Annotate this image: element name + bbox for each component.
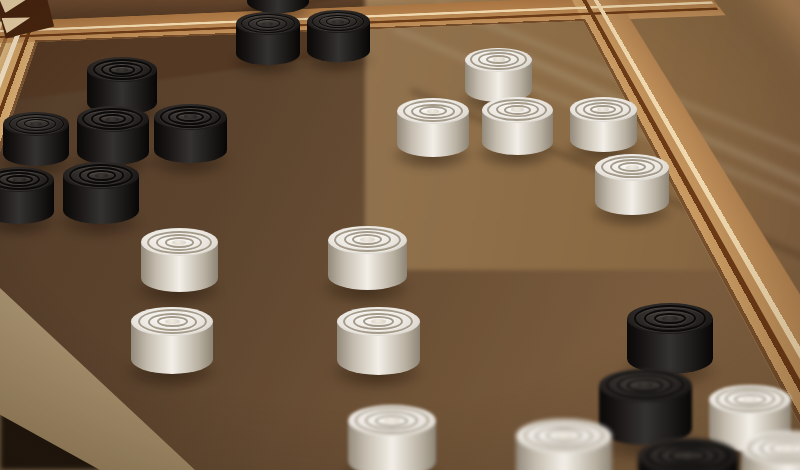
piece-black-back-edge-partial[interactable] [247,0,309,13]
piece-dimple [427,109,440,114]
piece-white-e4[interactable] [328,226,407,291]
piece-top [570,97,637,121]
inlay-triangle [2,11,33,33]
piece-dimple [493,57,505,61]
piece-black-a5[interactable] [0,167,54,224]
piece-black-front-rail[interactable] [627,303,713,374]
piece-white-c4[interactable] [141,228,218,291]
piece-black-a6[interactable] [3,112,69,166]
piece-black-front-rail[interactable] [638,438,738,470]
piece-black-d8[interactable] [236,12,300,65]
piece-black-c6[interactable] [154,104,227,164]
piece-white-f6[interactable] [397,98,469,157]
piece-white-front-rail[interactable] [516,419,612,470]
piece-top [337,307,420,337]
piece-top [638,438,738,470]
piece-white-e3[interactable] [337,307,420,375]
piece-dimple [262,22,274,26]
piece-top [328,226,407,254]
piece-white-g7[interactable] [465,48,532,103]
piece-white-g6[interactable] [482,97,553,155]
piece-dimple [743,397,758,402]
piece-top [599,369,692,402]
piece-top [709,385,791,415]
piece-top [77,106,149,132]
inlay-triangle [0,0,37,14]
piece-dimple [106,117,119,122]
piece-top [3,112,69,136]
piece-black-e8[interactable] [307,10,370,62]
piece-white-front-rail[interactable] [741,431,800,470]
piece-top [482,97,553,123]
piece-white-h6[interactable] [570,97,637,152]
piece-dimple [555,433,572,439]
piece-top [348,405,436,437]
piece-top [465,48,532,72]
piece-top [595,154,669,181]
piece-top [307,10,370,33]
piece-white-e2[interactable] [348,405,436,470]
piece-dimple [626,165,639,170]
piece-dimple [597,107,609,111]
piece-top [627,303,713,334]
piece-dimple [172,240,186,245]
piece-dimple [13,177,26,182]
piece-dimple [30,122,42,126]
piece-dimple [332,20,343,24]
piece-black-b6[interactable] [77,106,149,165]
piece-white-c3[interactable] [131,307,213,374]
piece-top [516,419,612,454]
piece-black-b5[interactable] [63,162,139,224]
piece-black-front-rail[interactable] [599,369,692,445]
piece-dimple [511,107,524,112]
checkers-photo-scene [0,0,800,470]
piece-dimple [95,173,109,178]
piece-top [236,12,300,35]
piece-top [154,104,227,130]
piece-top [141,228,218,256]
piece-dimple [371,319,386,324]
piece-white-h5[interactable] [595,154,669,215]
